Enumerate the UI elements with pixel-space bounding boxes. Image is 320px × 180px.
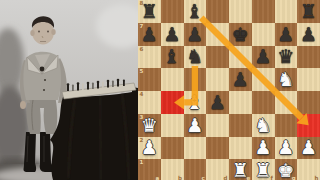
square-d7[interactable] bbox=[206, 23, 229, 46]
piece-white-king-g1[interactable]: ♚ bbox=[277, 161, 294, 180]
square-c5[interactable] bbox=[184, 68, 207, 91]
piece-black-pawn-g7[interactable]: ♟ bbox=[277, 24, 294, 43]
square-d1[interactable]: d bbox=[206, 159, 229, 180]
file-label-d: d bbox=[224, 176, 228, 180]
rank-label-1: 1 bbox=[140, 160, 144, 166]
vintage-photo bbox=[0, 0, 138, 180]
rank-label-6: 6 bbox=[140, 47, 144, 53]
square-f2[interactable]: ♟ bbox=[252, 137, 275, 160]
square-b1[interactable]: b bbox=[161, 159, 184, 180]
square-e4[interactable] bbox=[229, 91, 252, 114]
piece-white-pawn-a2[interactable]: ♟ bbox=[141, 138, 158, 157]
square-d6[interactable] bbox=[206, 46, 229, 69]
piece-white-pawn-g2[interactable]: ♟ bbox=[277, 138, 294, 157]
square-g5[interactable]: ♞ bbox=[275, 68, 298, 91]
square-a7[interactable]: 7♟ bbox=[138, 23, 161, 46]
piece-white-pawn-h2[interactable]: ♟ bbox=[300, 138, 317, 157]
square-g3[interactable] bbox=[275, 114, 298, 137]
piece-black-rook-h8[interactable]: ♜ bbox=[300, 1, 317, 20]
piece-black-queen-g6[interactable]: ♛ bbox=[277, 47, 294, 66]
square-a3[interactable]: 3♛ bbox=[138, 114, 161, 137]
square-h6[interactable] bbox=[297, 46, 320, 69]
piece-white-knight-g5[interactable]: ♞ bbox=[277, 70, 294, 89]
square-d8[interactable] bbox=[206, 0, 229, 23]
square-g6[interactable]: ♛ bbox=[275, 46, 298, 69]
square-c8[interactable]: ♝ bbox=[184, 0, 207, 23]
piece-black-pawn-f6[interactable]: ♟ bbox=[255, 47, 272, 66]
square-e1[interactable]: e♜ bbox=[229, 159, 252, 180]
piece-black-bishop-c8[interactable]: ♝ bbox=[186, 1, 203, 20]
square-h4[interactable] bbox=[297, 91, 320, 114]
square-b6[interactable]: ♝ bbox=[161, 46, 184, 69]
square-f3[interactable]: ♞ bbox=[252, 114, 275, 137]
square-e7[interactable]: ♚ bbox=[229, 23, 252, 46]
rank-label-4: 4 bbox=[140, 92, 144, 98]
square-h2[interactable]: ♟ bbox=[297, 137, 320, 160]
square-d4[interactable]: ♟ bbox=[206, 91, 229, 114]
square-a8[interactable]: 8♜ bbox=[138, 0, 161, 23]
piece-black-rook-a8[interactable]: ♜ bbox=[141, 1, 158, 20]
square-b2[interactable] bbox=[161, 137, 184, 160]
square-g1[interactable]: g♚ bbox=[275, 159, 298, 180]
square-a1[interactable]: 1a bbox=[138, 159, 161, 180]
piece-black-pawn-d4[interactable]: ♟ bbox=[209, 92, 226, 111]
file-label-h: h bbox=[315, 176, 319, 180]
square-a5[interactable]: 5 bbox=[138, 68, 161, 91]
square-c2[interactable] bbox=[184, 137, 207, 160]
square-h3[interactable] bbox=[297, 114, 320, 137]
piece-black-pawn-h7[interactable]: ♟ bbox=[300, 24, 317, 43]
square-b3[interactable] bbox=[161, 114, 184, 137]
square-f4[interactable] bbox=[252, 91, 275, 114]
square-f8[interactable] bbox=[252, 0, 275, 23]
square-e2[interactable] bbox=[229, 137, 252, 160]
square-b8[interactable] bbox=[161, 0, 184, 23]
square-c6[interactable]: ♞ bbox=[184, 46, 207, 69]
piece-white-rook-e1[interactable]: ♜ bbox=[232, 161, 249, 180]
piece-black-king-e7[interactable]: ♚ bbox=[232, 24, 249, 43]
square-f6[interactable]: ♟ bbox=[252, 46, 275, 69]
piece-white-bishop-c4[interactable]: ♝ bbox=[186, 92, 203, 111]
piece-black-bishop-b6[interactable]: ♝ bbox=[164, 47, 181, 66]
square-f7[interactable] bbox=[252, 23, 275, 46]
square-g2[interactable]: ♟ bbox=[275, 137, 298, 160]
square-c3[interactable]: ♟ bbox=[184, 114, 207, 137]
square-f1[interactable]: f♜ bbox=[252, 159, 275, 180]
square-e3[interactable] bbox=[229, 114, 252, 137]
square-c7[interactable]: ♟ bbox=[184, 23, 207, 46]
piece-black-pawn-e5[interactable]: ♟ bbox=[232, 70, 249, 89]
square-d2[interactable] bbox=[206, 137, 229, 160]
square-h7[interactable]: ♟ bbox=[297, 23, 320, 46]
file-label-a: a bbox=[156, 176, 160, 180]
piece-white-queen-a3[interactable]: ♛ bbox=[141, 115, 158, 134]
square-d3[interactable] bbox=[206, 114, 229, 137]
square-a6[interactable]: 6 bbox=[138, 46, 161, 69]
table-cloth bbox=[50, 87, 138, 180]
piece-white-knight-f3[interactable]: ♞ bbox=[255, 115, 272, 134]
square-e6[interactable] bbox=[229, 46, 252, 69]
square-h5[interactable] bbox=[297, 68, 320, 91]
piece-white-pawn-f2[interactable]: ♟ bbox=[255, 138, 272, 157]
square-b4[interactable] bbox=[161, 91, 184, 114]
file-label-b: b bbox=[178, 176, 182, 180]
chess-board: 8♜♝♜7♟♟♟♚♟♟6♝♞♟♛5♟♞4♝♟3♛♟♞2♟♟♟♟1abcde♜f♜… bbox=[138, 0, 320, 180]
square-h1[interactable]: h bbox=[297, 159, 320, 180]
boy-tie-knot bbox=[40, 67, 45, 72]
square-d5[interactable] bbox=[206, 68, 229, 91]
square-b5[interactable] bbox=[161, 68, 184, 91]
rank-label-5: 5 bbox=[140, 69, 144, 75]
square-g4[interactable] bbox=[275, 91, 298, 114]
piece-white-pawn-c3[interactable]: ♟ bbox=[186, 115, 203, 134]
square-e8[interactable] bbox=[229, 0, 252, 23]
file-label-c: c bbox=[201, 176, 204, 180]
square-a2[interactable]: 2♟ bbox=[138, 137, 161, 160]
thumbnail: 8♜♝♜7♟♟♟♚♟♟6♝♞♟♛5♟♞4♝♟3♛♟♞2♟♟♟♟1abcde♜f♜… bbox=[0, 0, 320, 180]
piece-white-rook-f1[interactable]: ♜ bbox=[255, 161, 272, 180]
square-e5[interactable]: ♟ bbox=[229, 68, 252, 91]
piece-black-knight-c6[interactable]: ♞ bbox=[186, 47, 203, 66]
piece-black-pawn-a7[interactable]: ♟ bbox=[141, 24, 158, 43]
square-f5[interactable] bbox=[252, 68, 275, 91]
square-c1[interactable]: c bbox=[184, 159, 207, 180]
square-g7[interactable]: ♟ bbox=[275, 23, 298, 46]
square-g8[interactable] bbox=[275, 0, 298, 23]
square-b7[interactable]: ♟ bbox=[161, 23, 184, 46]
piece-black-pawn-b7[interactable]: ♟ bbox=[164, 24, 181, 43]
square-c4[interactable]: ♝ bbox=[184, 91, 207, 114]
piece-black-pawn-c7[interactable]: ♟ bbox=[186, 24, 203, 43]
square-a4[interactable]: 4 bbox=[138, 91, 161, 114]
square-h8[interactable]: ♜ bbox=[297, 0, 320, 23]
chess-table bbox=[50, 79, 138, 180]
